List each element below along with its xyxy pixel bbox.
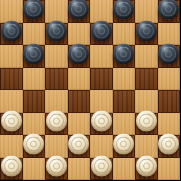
light-piece[interactable]: ⛀ <box>136 111 157 132</box>
dark-piece-glyph: ⛂ <box>113 0 134 19</box>
dark-piece-glyph: ⛂ <box>46 21 67 42</box>
dark-piece-glyph: ⛂ <box>68 43 89 64</box>
dark-piece[interactable]: ⛂ <box>23 0 44 19</box>
square-r0c0 <box>0 0 23 23</box>
light-piece[interactable]: ⛀ <box>1 111 22 132</box>
dark-piece[interactable]: ⛂ <box>68 0 89 19</box>
square-r7c4[interactable]: ⛀ <box>90 158 113 181</box>
square-r4c5[interactable] <box>113 90 136 113</box>
square-r7c7 <box>158 158 181 181</box>
checkers-board: ⛂⛂⛂⛂⛂⛂⛂⛂⛂⛂⛂⛂⛀⛀⛀⛀⛀⛀⛀⛀⛀⛀⛀⛀ <box>0 0 180 180</box>
dark-piece-glyph: ⛂ <box>1 21 22 42</box>
light-piece-glyph: ⛀ <box>23 133 44 154</box>
square-r3c5 <box>113 68 136 91</box>
square-r1c0[interactable]: ⛂ <box>0 23 23 46</box>
square-r7c0[interactable]: ⛀ <box>0 158 23 181</box>
square-r5c6[interactable]: ⛀ <box>135 113 158 136</box>
dark-piece-glyph: ⛂ <box>113 43 134 64</box>
square-r3c2[interactable] <box>45 68 68 91</box>
square-r2c6 <box>135 45 158 68</box>
square-r5c4[interactable]: ⛀ <box>90 113 113 136</box>
square-r2c5[interactable]: ⛂ <box>113 45 136 68</box>
light-piece-glyph: ⛀ <box>1 111 22 132</box>
dark-piece[interactable]: ⛂ <box>158 0 179 19</box>
light-piece-glyph: ⛀ <box>113 133 134 154</box>
square-r0c6 <box>135 0 158 23</box>
square-r1c7 <box>158 23 181 46</box>
square-r1c5 <box>113 23 136 46</box>
square-r2c0 <box>0 45 23 68</box>
square-r4c0 <box>0 90 23 113</box>
light-piece-glyph: ⛀ <box>136 111 157 132</box>
light-piece-glyph: ⛀ <box>68 133 89 154</box>
dark-piece-glyph: ⛂ <box>91 21 112 42</box>
square-r2c2 <box>45 45 68 68</box>
dark-piece-glyph: ⛂ <box>68 0 89 19</box>
square-r0c1[interactable]: ⛂ <box>23 0 46 23</box>
square-r4c7[interactable] <box>158 90 181 113</box>
light-piece-glyph: ⛀ <box>1 156 22 177</box>
square-r1c2[interactable]: ⛂ <box>45 23 68 46</box>
square-r6c4 <box>90 135 113 158</box>
square-r6c3[interactable]: ⛀ <box>68 135 91 158</box>
square-r3c0[interactable] <box>0 68 23 91</box>
dark-piece-glyph: ⛂ <box>23 43 44 64</box>
square-r7c2[interactable]: ⛀ <box>45 158 68 181</box>
dark-piece[interactable]: ⛂ <box>91 21 112 42</box>
light-piece[interactable]: ⛀ <box>158 133 179 154</box>
square-r1c1 <box>23 23 46 46</box>
dark-piece[interactable]: ⛂ <box>158 43 179 64</box>
light-piece-glyph: ⛀ <box>46 156 67 177</box>
square-r6c7[interactable]: ⛀ <box>158 135 181 158</box>
light-piece[interactable]: ⛀ <box>91 156 112 177</box>
square-r5c5 <box>113 113 136 136</box>
square-r5c7 <box>158 113 181 136</box>
square-r5c0[interactable]: ⛀ <box>0 113 23 136</box>
square-r6c6 <box>135 135 158 158</box>
square-r3c7 <box>158 68 181 91</box>
square-r4c4 <box>90 90 113 113</box>
dark-piece[interactable]: ⛂ <box>136 21 157 42</box>
light-piece-glyph: ⛀ <box>158 133 179 154</box>
light-piece[interactable]: ⛀ <box>68 133 89 154</box>
dark-piece[interactable]: ⛂ <box>113 0 134 19</box>
dark-piece-glyph: ⛂ <box>23 0 44 19</box>
square-r7c3 <box>68 158 91 181</box>
light-piece-glyph: ⛀ <box>91 156 112 177</box>
dark-piece[interactable]: ⛂ <box>46 21 67 42</box>
square-r0c4 <box>90 0 113 23</box>
light-piece-glyph: ⛀ <box>136 156 157 177</box>
dark-piece[interactable]: ⛂ <box>1 21 22 42</box>
square-r4c1[interactable] <box>23 90 46 113</box>
dark-piece-glyph: ⛂ <box>158 43 179 64</box>
light-piece-glyph: ⛀ <box>46 111 67 132</box>
light-piece-glyph: ⛀ <box>91 111 112 132</box>
dark-piece[interactable]: ⛂ <box>68 43 89 64</box>
light-piece[interactable]: ⛀ <box>113 133 134 154</box>
light-piece[interactable]: ⛀ <box>23 133 44 154</box>
dark-piece-glyph: ⛂ <box>158 0 179 19</box>
square-r0c2 <box>45 0 68 23</box>
square-r3c1 <box>23 68 46 91</box>
light-piece[interactable]: ⛀ <box>46 111 67 132</box>
square-r6c1[interactable]: ⛀ <box>23 135 46 158</box>
dark-piece[interactable]: ⛂ <box>23 43 44 64</box>
square-r1c3 <box>68 23 91 46</box>
square-r5c2[interactable]: ⛀ <box>45 113 68 136</box>
light-piece[interactable]: ⛀ <box>136 156 157 177</box>
square-r7c1 <box>23 158 46 181</box>
square-r6c2 <box>45 135 68 158</box>
square-r2c1[interactable]: ⛂ <box>23 45 46 68</box>
square-r0c3[interactable]: ⛂ <box>68 0 91 23</box>
square-r7c5 <box>113 158 136 181</box>
square-r1c6[interactable]: ⛂ <box>135 23 158 46</box>
square-r6c5[interactable]: ⛀ <box>113 135 136 158</box>
dark-piece-glyph: ⛂ <box>136 21 157 42</box>
square-r2c7[interactable]: ⛂ <box>158 45 181 68</box>
square-r0c5[interactable]: ⛂ <box>113 0 136 23</box>
square-r2c4 <box>90 45 113 68</box>
light-piece[interactable]: ⛀ <box>1 156 22 177</box>
square-r4c6 <box>135 90 158 113</box>
square-r1c4[interactable]: ⛂ <box>90 23 113 46</box>
square-r3c6[interactable] <box>135 68 158 91</box>
dark-piece[interactable]: ⛂ <box>113 43 134 64</box>
square-r5c1 <box>23 113 46 136</box>
square-r2c3[interactable]: ⛂ <box>68 45 91 68</box>
square-r3c3 <box>68 68 91 91</box>
square-r5c3 <box>68 113 91 136</box>
square-r3c4[interactable] <box>90 68 113 91</box>
light-piece[interactable]: ⛀ <box>46 156 67 177</box>
square-r4c2 <box>45 90 68 113</box>
square-r0c7[interactable]: ⛂ <box>158 0 181 23</box>
square-r6c0 <box>0 135 23 158</box>
light-piece[interactable]: ⛀ <box>91 111 112 132</box>
square-r7c6[interactable]: ⛀ <box>135 158 158 181</box>
square-r4c3[interactable] <box>68 90 91 113</box>
